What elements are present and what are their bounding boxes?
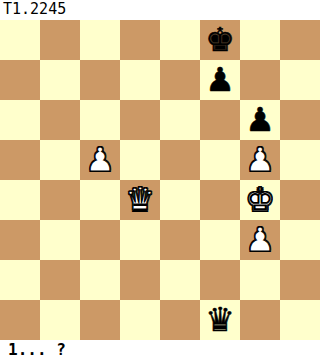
piece-black-pawn[interactable]: ♟ <box>245 100 275 140</box>
square-h1[interactable] <box>280 300 320 340</box>
square-h3[interactable] <box>280 220 320 260</box>
square-a2[interactable] <box>0 260 40 300</box>
square-g4[interactable]: ♚ <box>240 180 280 220</box>
square-d7[interactable] <box>120 60 160 100</box>
diagram-title: T1.2245 <box>0 0 320 20</box>
square-a7[interactable] <box>0 60 40 100</box>
square-b3[interactable] <box>40 220 80 260</box>
square-c3[interactable] <box>80 220 120 260</box>
square-a5[interactable] <box>0 140 40 180</box>
square-h2[interactable] <box>280 260 320 300</box>
square-d2[interactable] <box>120 260 160 300</box>
square-e4[interactable] <box>160 180 200 220</box>
square-a3[interactable] <box>0 220 40 260</box>
piece-black-king[interactable]: ♚ <box>205 20 235 60</box>
square-d3[interactable] <box>120 220 160 260</box>
square-h5[interactable] <box>280 140 320 180</box>
piece-white-pawn[interactable]: ♟ <box>245 220 275 260</box>
square-e7[interactable] <box>160 60 200 100</box>
square-c4[interactable] <box>80 180 120 220</box>
square-f4[interactable] <box>200 180 240 220</box>
square-f8[interactable]: ♚ <box>200 20 240 60</box>
square-c2[interactable] <box>80 260 120 300</box>
square-g7[interactable] <box>240 60 280 100</box>
square-b7[interactable] <box>40 60 80 100</box>
square-h4[interactable] <box>280 180 320 220</box>
piece-white-king[interactable]: ♚ <box>245 180 275 220</box>
piece-white-queen[interactable]: ♛ <box>125 180 155 220</box>
square-b5[interactable] <box>40 140 80 180</box>
piece-black-pawn[interactable]: ♟ <box>205 60 235 100</box>
square-b4[interactable] <box>40 180 80 220</box>
square-g1[interactable] <box>240 300 280 340</box>
square-c1[interactable] <box>80 300 120 340</box>
square-e1[interactable] <box>160 300 200 340</box>
square-b8[interactable] <box>40 20 80 60</box>
square-a1[interactable] <box>0 300 40 340</box>
square-b2[interactable] <box>40 260 80 300</box>
square-c7[interactable] <box>80 60 120 100</box>
square-g5[interactable]: ♟ <box>240 140 280 180</box>
square-e6[interactable] <box>160 100 200 140</box>
square-h7[interactable] <box>280 60 320 100</box>
square-a6[interactable] <box>0 100 40 140</box>
square-g6[interactable]: ♟ <box>240 100 280 140</box>
square-c6[interactable] <box>80 100 120 140</box>
square-g8[interactable] <box>240 20 280 60</box>
piece-white-pawn[interactable]: ♟ <box>245 140 275 180</box>
square-f7[interactable]: ♟ <box>200 60 240 100</box>
square-f1[interactable]: ♛ <box>200 300 240 340</box>
square-b6[interactable] <box>40 100 80 140</box>
square-f2[interactable] <box>200 260 240 300</box>
piece-black-queen[interactable]: ♛ <box>205 300 235 340</box>
piece-white-pawn[interactable]: ♟ <box>85 140 115 180</box>
square-d4[interactable]: ♛ <box>120 180 160 220</box>
square-a8[interactable] <box>0 20 40 60</box>
square-e5[interactable] <box>160 140 200 180</box>
square-g2[interactable] <box>240 260 280 300</box>
square-b1[interactable] <box>40 300 80 340</box>
square-e2[interactable] <box>160 260 200 300</box>
square-e3[interactable] <box>160 220 200 260</box>
move-prompt: 1... ? <box>0 340 320 360</box>
square-d6[interactable] <box>120 100 160 140</box>
square-h6[interactable] <box>280 100 320 140</box>
square-f3[interactable] <box>200 220 240 260</box>
chess-board: ♚♟♟♟♟♛♚♟♛ <box>0 20 320 340</box>
square-e8[interactable] <box>160 20 200 60</box>
square-g3[interactable]: ♟ <box>240 220 280 260</box>
square-d5[interactable] <box>120 140 160 180</box>
square-c5[interactable]: ♟ <box>80 140 120 180</box>
square-f5[interactable] <box>200 140 240 180</box>
square-h8[interactable] <box>280 20 320 60</box>
square-d8[interactable] <box>120 20 160 60</box>
square-a4[interactable] <box>0 180 40 220</box>
square-d1[interactable] <box>120 300 160 340</box>
square-f6[interactable] <box>200 100 240 140</box>
square-c8[interactable] <box>80 20 120 60</box>
